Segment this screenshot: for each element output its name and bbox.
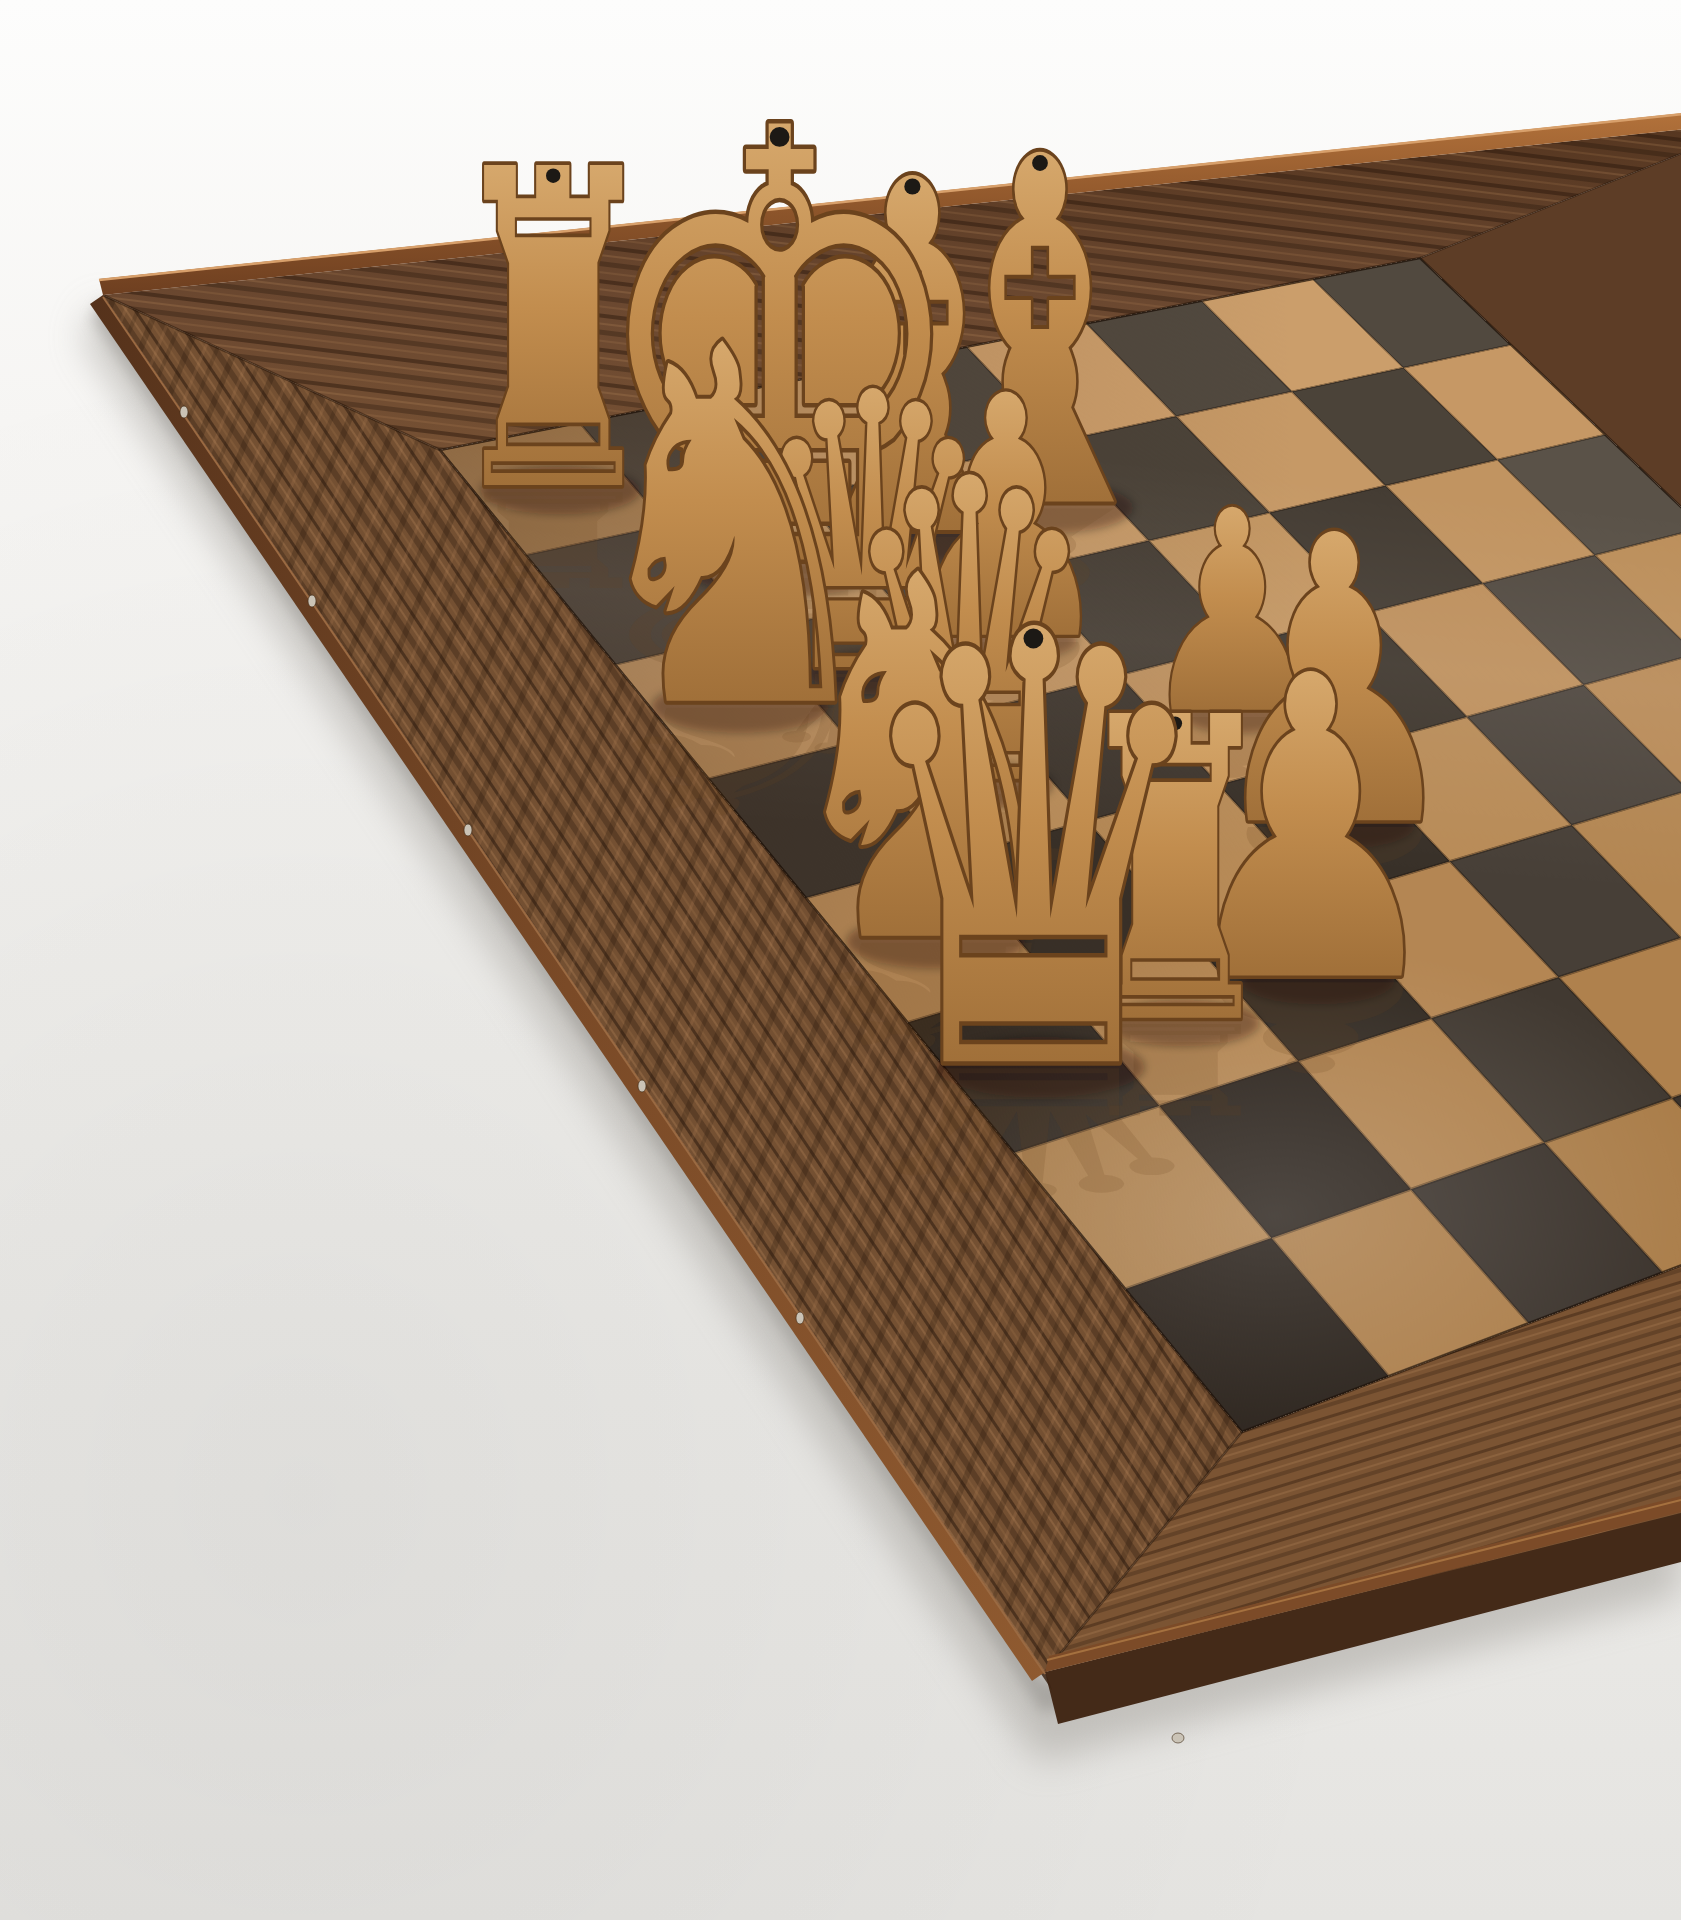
frame-pin: [638, 1080, 646, 1092]
molding-top-highlight: [99, 106, 1681, 280]
molding-bottom-highlight: [1047, 1500, 1681, 1660]
ebonized-finial: [770, 127, 790, 147]
ebonized-finial: [904, 178, 920, 194]
frame-pin: [180, 406, 188, 418]
ebonized-finial: [546, 169, 560, 183]
frame-pin: [796, 1312, 804, 1324]
molding-bottom: [1045, 1496, 1681, 1672]
photo-canvas: Overhead three-quarter photograph of an …: [0, 0, 1681, 1920]
miter-seam-bottom-corner: [1045, 1432, 1242, 1672]
frame-pin: [1172, 1733, 1184, 1743]
frame-pin: [464, 824, 472, 836]
miter-seam-top-corner: [1420, 121, 1681, 258]
miter-seam-left-corner: [103, 295, 440, 450]
molding-top: [99, 105, 1681, 295]
board-side-face: [1045, 1512, 1681, 1724]
ebonized-finial: [1032, 155, 1048, 171]
frame-pin: [308, 595, 316, 607]
chessboard: [440, 258, 1681, 1432]
